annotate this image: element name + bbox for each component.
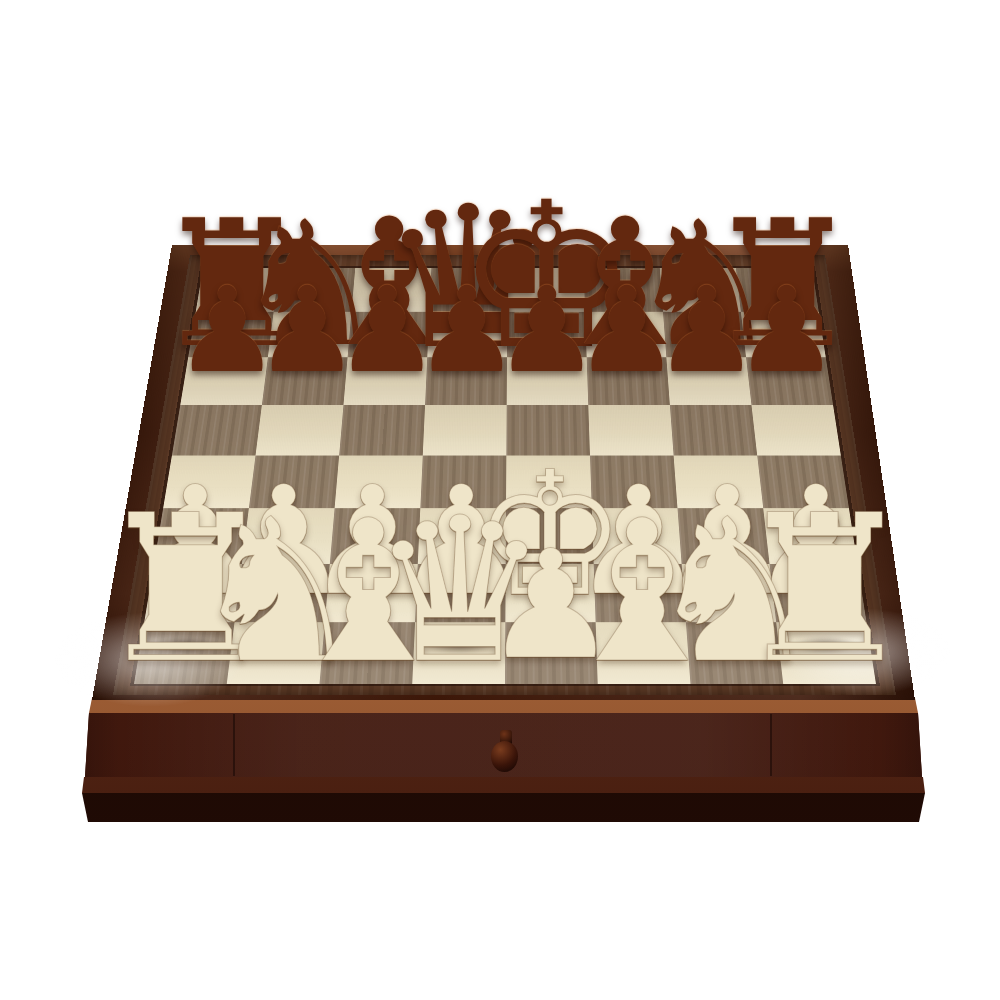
square-h5[interactable] <box>751 405 840 455</box>
square-a5[interactable] <box>172 405 262 455</box>
square-c5[interactable] <box>339 405 425 455</box>
square-b5[interactable] <box>256 405 344 455</box>
drawer-seam-right <box>770 714 772 776</box>
chess-set-photo: ♜♞♝♛♚♝♞♜♟♟♟♟♟♟♟♟♟♟♟♟♚♟♟♟♜♞♝♛♟♝♞♜ <box>0 0 1000 1000</box>
square-g5[interactable] <box>670 405 757 455</box>
piece-black-pawn-h7[interactable]: ♟ <box>734 271 840 389</box>
drawer-knob[interactable] <box>491 741 518 772</box>
piece-white-rook-h1[interactable]: ♜ <box>733 488 916 692</box>
drawer-seam-left <box>233 714 235 776</box>
